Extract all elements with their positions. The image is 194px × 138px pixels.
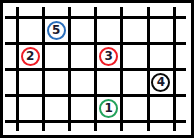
cell-r3c1 [17,69,43,95]
cell-r3c5 [122,69,148,95]
cell-r2c5 [122,43,148,69]
circle-4[interactable]: 4 [151,73,170,92]
cell-r4c4: 1 [95,95,121,121]
cell-r2c1: 2 [17,43,43,69]
cell-r1c5 [122,17,148,43]
cell-r2c4: 3 [95,43,121,69]
cell-r2c2 [43,43,69,69]
game-board: 5 2 3 4 1 [0,0,194,138]
cells-grid: 5 2 3 4 1 [17,17,174,121]
cell-r2c6 [148,43,174,69]
cell-r1c2: 5 [43,17,69,43]
cell-r3c6: 4 [148,69,174,95]
circle-5[interactable]: 5 [47,21,66,40]
cell-r1c3 [69,17,95,43]
cell-r3c2 [43,69,69,95]
cell-r1c4 [95,17,121,43]
circle-1[interactable]: 1 [99,99,118,118]
cell-r2c3 [69,43,95,69]
cell-r1c1 [17,17,43,43]
cell-r4c6 [148,95,174,121]
cell-r4c1 [17,95,43,121]
cell-r4c3 [69,95,95,121]
cell-r4c2 [43,95,69,121]
cell-r4c5 [122,95,148,121]
cell-r1c6 [148,17,174,43]
circle-3[interactable]: 3 [99,47,118,66]
cell-r3c3 [69,69,95,95]
cell-r3c4 [95,69,121,95]
circle-2[interactable]: 2 [21,47,40,66]
